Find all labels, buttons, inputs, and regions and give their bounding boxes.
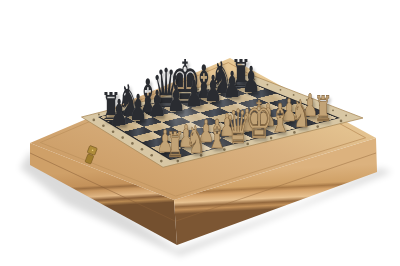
chess-set-photo: ♜♞♝♛♚♝♞♜♟♟♟♟♟♟♟♟♟♟♟♟♟♟♟♟♜♞♝♛♚♝♞♜ [0, 0, 400, 266]
